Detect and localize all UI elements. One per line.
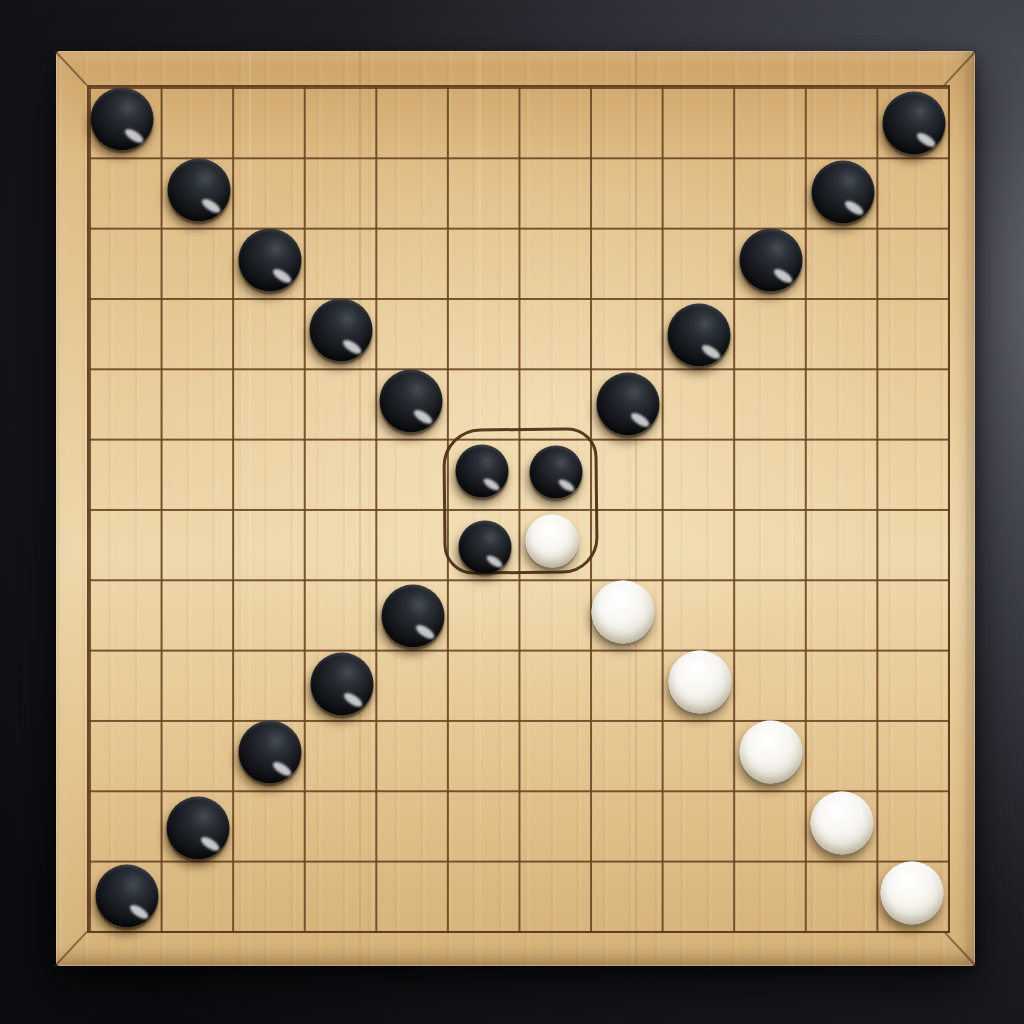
black-stone[interactable] bbox=[309, 299, 372, 362]
board-cell[interactable] bbox=[733, 87, 805, 157]
black-stone[interactable] bbox=[596, 372, 659, 435]
board-cell[interactable] bbox=[519, 87, 591, 157]
board-cell[interactable] bbox=[161, 650, 233, 720]
black-stone[interactable] bbox=[458, 521, 511, 574]
black-stone[interactable] bbox=[382, 584, 445, 647]
board-cell[interactable] bbox=[590, 298, 662, 368]
board-cell[interactable] bbox=[876, 439, 948, 509]
board-cell[interactable] bbox=[232, 368, 304, 438]
board-cell[interactable] bbox=[876, 157, 948, 227]
board-cell[interactable] bbox=[375, 790, 447, 860]
board-cell[interactable] bbox=[89, 368, 161, 438]
board-cell[interactable] bbox=[232, 298, 304, 368]
board-cell[interactable] bbox=[89, 228, 161, 298]
black-stone[interactable] bbox=[95, 864, 158, 927]
board-cell[interactable] bbox=[447, 790, 519, 860]
board-cell[interactable] bbox=[590, 228, 662, 298]
board-cell[interactable] bbox=[375, 861, 447, 931]
board-cell[interactable] bbox=[662, 228, 734, 298]
board-cell[interactable] bbox=[590, 861, 662, 931]
board-cell[interactable] bbox=[304, 157, 376, 227]
board-cell[interactable] bbox=[447, 298, 519, 368]
board-cell[interactable] bbox=[304, 439, 376, 509]
white-stone[interactable] bbox=[526, 515, 579, 568]
board-cell[interactable] bbox=[89, 509, 161, 579]
board-cell[interactable] bbox=[590, 87, 662, 157]
board-cell[interactable] bbox=[161, 509, 233, 579]
board-cell[interactable] bbox=[161, 861, 233, 931]
board-cell[interactable] bbox=[590, 509, 662, 579]
board-cell[interactable] bbox=[161, 368, 233, 438]
board-cell[interactable] bbox=[805, 228, 877, 298]
board-cell[interactable] bbox=[447, 720, 519, 790]
board-cell[interactable] bbox=[304, 579, 376, 649]
board-cell[interactable] bbox=[662, 861, 734, 931]
board-cell[interactable] bbox=[876, 368, 948, 438]
board-cell[interactable] bbox=[375, 298, 447, 368]
board-cell[interactable] bbox=[662, 790, 734, 860]
board-cell[interactable] bbox=[805, 87, 877, 157]
board-cell[interactable] bbox=[519, 579, 591, 649]
black-stone[interactable] bbox=[668, 304, 731, 367]
board-cell[interactable] bbox=[733, 650, 805, 720]
board-cell[interactable] bbox=[662, 157, 734, 227]
board-cell[interactable] bbox=[876, 650, 948, 720]
board-cell[interactable] bbox=[805, 439, 877, 509]
black-stone[interactable] bbox=[238, 228, 301, 291]
board-cell[interactable] bbox=[519, 861, 591, 931]
board-cell[interactable] bbox=[519, 298, 591, 368]
board-cell[interactable] bbox=[519, 650, 591, 720]
board-cell[interactable] bbox=[662, 439, 734, 509]
board-cell[interactable] bbox=[805, 720, 877, 790]
board-cell[interactable] bbox=[733, 579, 805, 649]
board-cell[interactable] bbox=[375, 439, 447, 509]
white-stone[interactable] bbox=[881, 861, 944, 924]
board-cell[interactable] bbox=[876, 228, 948, 298]
board-cell[interactable] bbox=[232, 157, 304, 227]
board-cell[interactable] bbox=[304, 368, 376, 438]
board-cell[interactable] bbox=[805, 509, 877, 579]
board-cell[interactable] bbox=[519, 157, 591, 227]
black-stone[interactable] bbox=[530, 445, 583, 498]
board-cell[interactable] bbox=[590, 650, 662, 720]
black-stone[interactable] bbox=[455, 444, 508, 497]
board-cell[interactable] bbox=[805, 579, 877, 649]
board-cell[interactable] bbox=[590, 439, 662, 509]
board-cell[interactable] bbox=[375, 720, 447, 790]
board-cell[interactable] bbox=[805, 650, 877, 720]
board-miter-topleft-icon bbox=[54, 50, 88, 86]
board-cell[interactable] bbox=[662, 87, 734, 157]
board-cell[interactable] bbox=[89, 579, 161, 649]
board-cell[interactable] bbox=[89, 790, 161, 860]
board-cell[interactable] bbox=[232, 650, 304, 720]
board-miter-topright-icon bbox=[943, 50, 977, 86]
board-cell[interactable] bbox=[304, 228, 376, 298]
board-cell[interactable] bbox=[161, 298, 233, 368]
board-cell[interactable] bbox=[232, 87, 304, 157]
board-cell[interactable] bbox=[161, 228, 233, 298]
board-miter-bottomleft-icon bbox=[54, 931, 88, 967]
board-cell[interactable] bbox=[232, 509, 304, 579]
white-stone[interactable] bbox=[810, 791, 873, 854]
black-stone[interactable] bbox=[883, 92, 946, 155]
white-stone[interactable] bbox=[591, 580, 654, 643]
board-cell[interactable] bbox=[662, 368, 734, 438]
board-cell[interactable] bbox=[232, 579, 304, 649]
board-cell[interactable] bbox=[733, 861, 805, 931]
board-cell[interactable] bbox=[375, 650, 447, 720]
board-cell[interactable] bbox=[447, 157, 519, 227]
board-cell[interactable] bbox=[304, 87, 376, 157]
board-cell[interactable] bbox=[805, 368, 877, 438]
board-cell[interactable] bbox=[590, 790, 662, 860]
game-board bbox=[56, 51, 975, 966]
board-cell[interactable] bbox=[375, 87, 447, 157]
board-cell[interactable] bbox=[232, 439, 304, 509]
board-cell[interactable] bbox=[662, 579, 734, 649]
black-stone[interactable] bbox=[167, 796, 230, 859]
board-cell[interactable] bbox=[161, 579, 233, 649]
black-stone[interactable] bbox=[380, 369, 443, 432]
board-cell[interactable] bbox=[89, 720, 161, 790]
board-cell[interactable] bbox=[232, 790, 304, 860]
board-grid bbox=[87, 85, 950, 933]
board-cell[interactable] bbox=[375, 157, 447, 227]
board-cell[interactable] bbox=[375, 509, 447, 579]
board-cell[interactable] bbox=[161, 87, 233, 157]
board-cell[interactable] bbox=[161, 720, 233, 790]
board-cell[interactable] bbox=[733, 298, 805, 368]
board-cell[interactable] bbox=[733, 509, 805, 579]
black-stone[interactable] bbox=[90, 88, 153, 151]
black-stone[interactable] bbox=[740, 228, 803, 291]
white-stone[interactable] bbox=[669, 650, 732, 713]
black-stone[interactable] bbox=[168, 158, 231, 221]
board-cell[interactable] bbox=[89, 298, 161, 368]
board-cell[interactable] bbox=[375, 228, 447, 298]
board-cell[interactable] bbox=[89, 157, 161, 227]
board-cell[interactable] bbox=[304, 720, 376, 790]
board-cell[interactable] bbox=[876, 579, 948, 649]
board-cell[interactable] bbox=[519, 228, 591, 298]
board-cell[interactable] bbox=[89, 439, 161, 509]
board-cell[interactable] bbox=[876, 720, 948, 790]
board-cell[interactable] bbox=[304, 509, 376, 579]
board-cell[interactable] bbox=[733, 157, 805, 227]
board-miter-bottomright-icon bbox=[943, 931, 977, 967]
board-cell[interactable] bbox=[447, 650, 519, 720]
board-cell[interactable] bbox=[232, 861, 304, 931]
board-cell[interactable] bbox=[590, 720, 662, 790]
board-cell[interactable] bbox=[89, 650, 161, 720]
board-cell[interactable] bbox=[590, 157, 662, 227]
black-stone[interactable] bbox=[310, 652, 373, 715]
board-cell[interactable] bbox=[662, 509, 734, 579]
board-cell[interactable] bbox=[447, 87, 519, 157]
board-cell[interactable] bbox=[733, 439, 805, 509]
white-stone[interactable] bbox=[740, 721, 803, 784]
board-cell[interactable] bbox=[304, 790, 376, 860]
board-cell[interactable] bbox=[876, 298, 948, 368]
board-cell[interactable] bbox=[447, 861, 519, 931]
black-stone[interactable] bbox=[811, 160, 874, 223]
board-cell[interactable] bbox=[519, 368, 591, 438]
board-cell[interactable] bbox=[733, 368, 805, 438]
board-cell[interactable] bbox=[805, 861, 877, 931]
board-cell[interactable] bbox=[447, 368, 519, 438]
board-cell[interactable] bbox=[304, 861, 376, 931]
board-cell[interactable] bbox=[447, 228, 519, 298]
board-cell[interactable] bbox=[662, 720, 734, 790]
board-cell[interactable] bbox=[161, 439, 233, 509]
board-cell[interactable] bbox=[876, 790, 948, 860]
board-cell[interactable] bbox=[876, 509, 948, 579]
black-stone[interactable] bbox=[238, 721, 301, 784]
board-cell[interactable] bbox=[447, 579, 519, 649]
board-cell[interactable] bbox=[733, 790, 805, 860]
board-cell[interactable] bbox=[519, 790, 591, 860]
board-cell[interactable] bbox=[519, 720, 591, 790]
board-cell[interactable] bbox=[805, 298, 877, 368]
